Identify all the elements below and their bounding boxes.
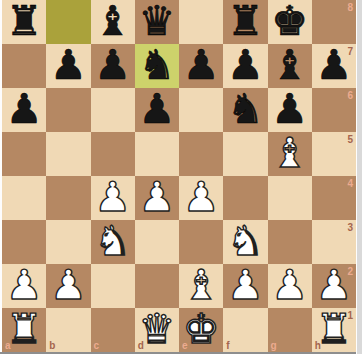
square-h1[interactable]: ♜1h [312,308,356,352]
square-b4[interactable] [46,176,90,220]
rank-label-2: 2 [347,266,353,277]
square-g3[interactable] [268,220,312,264]
white-king[interactable]: ♚ [183,309,220,350]
square-a8[interactable]: ♜ [2,0,46,44]
square-b5[interactable] [46,132,90,176]
square-b3[interactable] [46,220,90,264]
square-f7[interactable]: ♟ [223,44,267,88]
square-b1[interactable]: b [46,308,90,352]
square-b2[interactable]: ♟ [46,264,90,308]
white-knight[interactable]: ♞ [227,221,264,262]
square-e8[interactable] [179,0,223,44]
square-c2[interactable] [91,264,135,308]
square-a3[interactable] [2,220,46,264]
square-g4[interactable] [268,176,312,220]
square-f6[interactable]: ♞ [223,88,267,132]
file-label-d: d [138,340,144,351]
square-h8[interactable]: 8 [312,0,356,44]
square-f5[interactable] [223,132,267,176]
black-pawn[interactable]: ♟ [271,89,308,130]
rank-label-6: 6 [347,90,353,101]
square-a5[interactable] [2,132,46,176]
rank-label-3: 3 [347,222,353,233]
square-h5[interactable]: 5 [312,132,356,176]
square-c3[interactable]: ♞ [91,220,135,264]
file-label-e: e [182,340,188,351]
square-d1[interactable]: ♛d [135,308,179,352]
chess-board: ♜♝♛♜♚8♟♟♞♟♟♝♟7♟♟♞♟6♝5♟♟♟4♞♞3♟♟♝♟♟♟2♜abc♛… [2,0,356,352]
square-e3[interactable] [179,220,223,264]
white-bishop[interactable]: ♝ [271,133,308,174]
chess-app-window: ♜♝♛♜♚8♟♟♞♟♟♝♟7♟♟♞♟6♝5♟♟♟4♞♞3♟♟♝♟♟♟2♜abc♛… [0,0,362,354]
white-pawn[interactable]: ♟ [138,177,175,218]
square-f8[interactable]: ♜ [223,0,267,44]
file-label-h: h [315,340,321,351]
square-d3[interactable] [135,220,179,264]
square-e4[interactable]: ♟ [179,176,223,220]
square-d5[interactable] [135,132,179,176]
file-label-b: b [49,340,55,351]
square-f3[interactable]: ♞ [223,220,267,264]
square-g8[interactable]: ♚ [268,0,312,44]
white-pawn[interactable]: ♟ [227,265,264,306]
square-c4[interactable]: ♟ [91,176,135,220]
square-f1[interactable]: f [223,308,267,352]
square-d8[interactable]: ♛ [135,0,179,44]
white-knight[interactable]: ♞ [94,221,131,262]
window-right-edge [356,0,362,354]
black-knight[interactable]: ♞ [138,45,175,86]
square-d7[interactable]: ♞ [135,44,179,88]
rank-label-5: 5 [347,134,353,145]
black-pawn[interactable]: ♟ [94,45,131,86]
square-h6[interactable]: 6 [312,88,356,132]
white-bishop[interactable]: ♝ [183,265,220,306]
square-e1[interactable]: ♚e [179,308,223,352]
white-pawn[interactable]: ♟ [183,177,220,218]
square-c7[interactable]: ♟ [91,44,135,88]
square-d4[interactable]: ♟ [135,176,179,220]
white-pawn[interactable]: ♟ [94,177,131,218]
square-d6[interactable]: ♟ [135,88,179,132]
square-c8[interactable]: ♝ [91,0,135,44]
square-e2[interactable]: ♝ [179,264,223,308]
black-bishop[interactable]: ♝ [94,1,131,42]
black-pawn[interactable]: ♟ [227,45,264,86]
square-a4[interactable] [2,176,46,220]
square-e7[interactable]: ♟ [179,44,223,88]
square-b7[interactable]: ♟ [46,44,90,88]
square-b6[interactable] [46,88,90,132]
file-label-g: g [271,340,277,351]
square-g5[interactable]: ♝ [268,132,312,176]
black-bishop[interactable]: ♝ [271,45,308,86]
square-e5[interactable] [179,132,223,176]
square-e6[interactable] [179,88,223,132]
square-h4[interactable]: 4 [312,176,356,220]
rank-label-8: 8 [347,2,353,13]
rank-label-7: 7 [347,46,353,57]
rank-label-4: 4 [347,178,353,189]
square-a1[interactable]: ♜a [2,308,46,352]
black-knight[interactable]: ♞ [227,89,264,130]
square-f4[interactable] [223,176,267,220]
square-g2[interactable]: ♟ [268,264,312,308]
white-pawn[interactable]: ♟ [50,265,87,306]
square-a2[interactable]: ♟ [2,264,46,308]
black-queen[interactable]: ♛ [138,1,175,42]
square-c6[interactable] [91,88,135,132]
square-a7[interactable] [2,44,46,88]
black-pawn[interactable]: ♟ [183,45,220,86]
square-f2[interactable]: ♟ [223,264,267,308]
square-c1[interactable]: c [91,308,135,352]
black-pawn[interactable]: ♟ [138,89,175,130]
square-h3[interactable]: 3 [312,220,356,264]
white-queen[interactable]: ♛ [138,309,175,350]
square-a6[interactable]: ♟ [2,88,46,132]
black-pawn[interactable]: ♟ [6,89,43,130]
square-c5[interactable] [91,132,135,176]
square-h7[interactable]: ♟7 [312,44,356,88]
square-b8[interactable] [46,0,90,44]
square-g7[interactable]: ♝ [268,44,312,88]
file-label-a: a [5,340,11,351]
rank-label-1: 1 [347,310,353,321]
black-pawn[interactable]: ♟ [50,45,87,86]
black-rook[interactable]: ♜ [227,1,264,42]
square-g1[interactable]: g [268,308,312,352]
square-d2[interactable] [135,264,179,308]
white-pawn[interactable]: ♟ [271,265,308,306]
black-rook[interactable]: ♜ [6,1,43,42]
white-pawn[interactable]: ♟ [6,265,43,306]
black-king[interactable]: ♚ [271,1,308,42]
white-rook[interactable]: ♜ [6,309,43,350]
square-h2[interactable]: ♟2 [312,264,356,308]
square-g6[interactable]: ♟ [268,88,312,132]
file-label-c: c [94,340,100,351]
file-label-f: f [226,340,229,351]
